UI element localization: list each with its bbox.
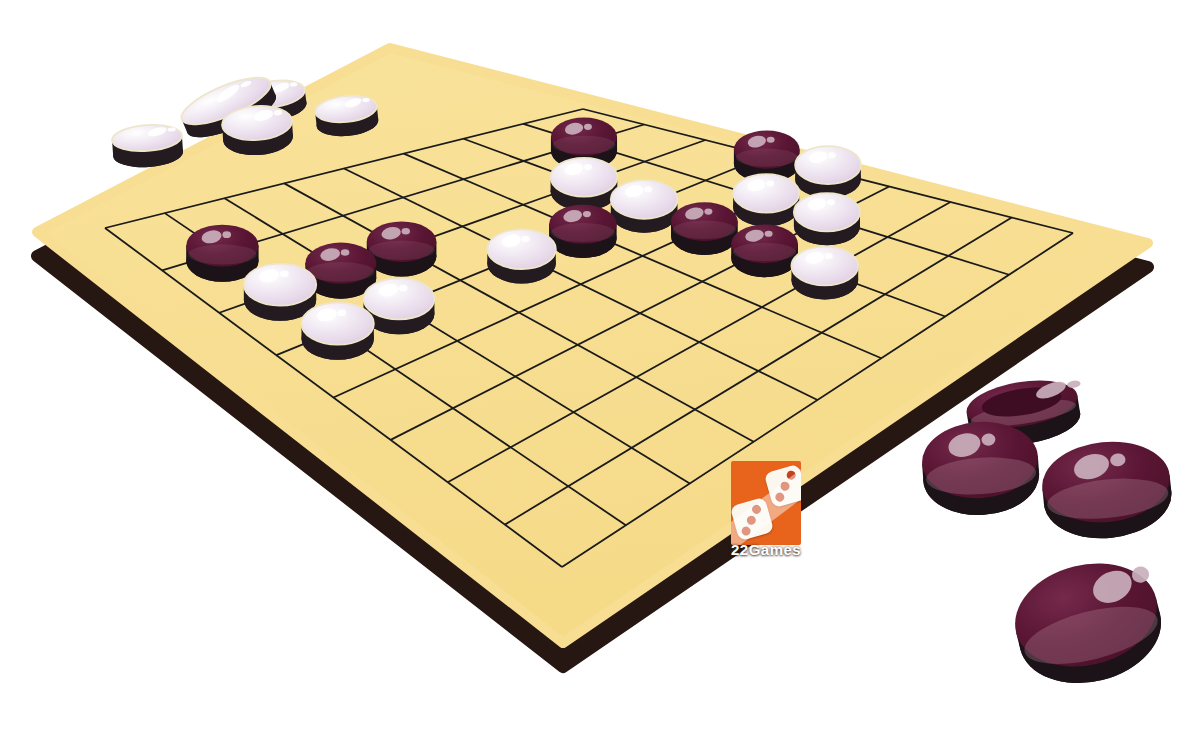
dark-stone (367, 222, 437, 277)
dark-stone (186, 225, 258, 282)
dark-stone (671, 202, 738, 255)
logo-dice-square (731, 461, 801, 545)
dark-stone (1004, 549, 1172, 697)
dark-stone (919, 418, 1041, 519)
dark-stone (1038, 436, 1175, 545)
white-stone (733, 174, 799, 226)
white-stone (487, 229, 556, 283)
dark-stone (731, 224, 798, 277)
white-stone (611, 180, 678, 233)
board-scene-svg (0, 0, 1199, 750)
scene: 22Games (0, 0, 1199, 750)
white-stone (244, 264, 316, 321)
brand-logo: 22Games (731, 461, 821, 565)
white-stone (301, 303, 373, 360)
white-stone (794, 193, 860, 245)
white-stone (551, 158, 618, 211)
white-stone (791, 247, 858, 300)
logo-tagline-bar (734, 559, 790, 562)
logo-text: 22Games (731, 541, 821, 558)
white-stone (795, 146, 861, 198)
dark-stone (549, 205, 617, 258)
